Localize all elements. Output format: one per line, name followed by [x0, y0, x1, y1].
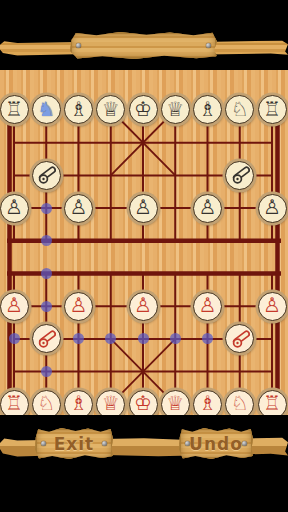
undo-button[interactable]: Undo — [179, 428, 253, 459]
piece-black-advisor[interactable]: ♕ — [161, 95, 190, 124]
undo-button-label: Undo — [189, 434, 243, 454]
intersection-e3[interactable]: ♙ — [127, 192, 159, 225]
intersection-e7[interactable] — [127, 322, 159, 355]
intersection-b1[interactable] — [30, 126, 62, 159]
intersection-i0[interactable]: ♖ — [256, 94, 288, 127]
cannon-icon — [36, 165, 56, 185]
intersection-b9[interactable]: ♘ — [30, 388, 62, 415]
intersection-g9[interactable]: ♗ — [191, 388, 223, 415]
intersection-h7[interactable] — [224, 322, 256, 355]
cannon-icon — [230, 329, 250, 349]
intersection-d0[interactable]: ♕ — [95, 94, 127, 127]
intersection-b2[interactable] — [30, 159, 62, 192]
intersection-a1[interactable] — [0, 126, 30, 159]
intersection-d3[interactable] — [95, 192, 127, 225]
intersection-g6[interactable]: ♙ — [191, 290, 223, 323]
piece-red-cannon[interactable] — [32, 324, 61, 353]
intersection-i5[interactable] — [256, 257, 288, 290]
intersection-e4[interactable] — [127, 224, 159, 257]
intersection-e5[interactable] — [127, 257, 159, 290]
intersection-f4[interactable] — [159, 224, 191, 257]
nail-icon — [242, 441, 247, 446]
intersection-e8[interactable] — [127, 355, 159, 388]
piece-red-rook[interactable]: ♖ — [0, 390, 29, 415]
nail-icon — [41, 441, 46, 446]
piece-black-knight-capture-target[interactable]: ♞ — [32, 95, 61, 124]
piece-black-advisor[interactable]: ♕ — [96, 95, 125, 124]
intersection-c6[interactable]: ♙ — [62, 290, 94, 323]
intersection-a0[interactable]: ♖ — [0, 94, 30, 127]
intersection-i9[interactable]: ♖ — [256, 388, 288, 415]
piece-red-soldier[interactable]: ♙ — [64, 292, 93, 321]
intersection-g7[interactable] — [191, 322, 223, 355]
piece-black-rook[interactable]: ♖ — [258, 95, 287, 124]
intersection-f9[interactable]: ♕ — [159, 388, 191, 415]
move-dot[interactable] — [41, 301, 52, 312]
piece-black-soldier[interactable]: ♙ — [129, 194, 158, 223]
intersection-b7[interactable] — [30, 322, 62, 355]
intersection-f6[interactable] — [159, 290, 191, 323]
intersection-h6[interactable] — [224, 290, 256, 323]
nail-icon — [102, 441, 107, 446]
piece-black-cannon[interactable] — [32, 161, 61, 190]
intersection-e1[interactable] — [127, 126, 159, 159]
exit-button[interactable]: Exit — [35, 428, 113, 459]
intersection-h5[interactable] — [224, 257, 256, 290]
intersection-g4[interactable] — [191, 224, 223, 257]
nail-icon — [185, 441, 190, 446]
board-grid: ♖♞♗♕♔♕♗♘♖ ♙♙♙♙♙♙♙♙♙♙ ♖♘♗♕♔♕♗♘♖ — [0, 94, 288, 415]
intersection-c4[interactable] — [62, 224, 94, 257]
intersection-g3[interactable]: ♙ — [191, 192, 223, 225]
intersection-c9[interactable]: ♗ — [62, 388, 94, 415]
piece-red-advisor[interactable]: ♕ — [96, 390, 125, 415]
intersection-a6[interactable]: ♙ — [0, 290, 30, 323]
piece-red-advisor[interactable]: ♕ — [161, 390, 190, 415]
intersection-f2[interactable] — [159, 159, 191, 192]
piece-red-knight[interactable]: ♘ — [225, 390, 254, 415]
intersection-i4[interactable] — [256, 224, 288, 257]
piece-red-rook[interactable]: ♖ — [258, 390, 287, 415]
intersection-d7[interactable] — [95, 322, 127, 355]
move-dot[interactable] — [73, 333, 84, 344]
intersection-f7[interactable] — [159, 322, 191, 355]
intersection-g2[interactable] — [191, 159, 223, 192]
piece-black-soldier[interactable]: ♙ — [193, 194, 222, 223]
move-dot[interactable] — [41, 366, 52, 377]
game-screen: ♖♞♗♕♔♕♗♘♖ ♙♙♙♙♙♙♙♙♙♙ ♖♘♗♕♔♕♗♘♖ Exit Undo — [0, 0, 288, 512]
cannon-icon — [230, 165, 250, 185]
intersection-d1[interactable] — [95, 126, 127, 159]
piece-black-knight[interactable]: ♘ — [225, 95, 254, 124]
intersection-c3[interactable]: ♙ — [62, 192, 94, 225]
intersection-e2[interactable] — [127, 159, 159, 192]
piece-black-cannon[interactable] — [225, 161, 254, 190]
intersection-d9[interactable]: ♕ — [95, 388, 127, 415]
intersection-i6[interactable]: ♙ — [256, 290, 288, 323]
piece-black-king[interactable]: ♔ — [129, 95, 158, 124]
intersection-i7[interactable] — [256, 322, 288, 355]
intersection-c1[interactable] — [62, 126, 94, 159]
intersection-i8[interactable] — [256, 355, 288, 388]
piece-red-knight[interactable]: ♘ — [32, 390, 61, 415]
exit-button-label: Exit — [54, 434, 95, 454]
intersection-e9[interactable]: ♔ — [127, 388, 159, 415]
intersection-h9[interactable]: ♘ — [224, 388, 256, 415]
nail-icon — [76, 43, 81, 48]
intersection-b8[interactable] — [30, 355, 62, 388]
piece-black-elephant[interactable]: ♗ — [64, 95, 93, 124]
intersection-i2[interactable] — [256, 159, 288, 192]
intersection-d4[interactable] — [95, 224, 127, 257]
intersection-f0[interactable]: ♕ — [159, 94, 191, 127]
intersection-h1[interactable] — [224, 126, 256, 159]
piece-black-soldier[interactable]: ♙ — [0, 194, 29, 223]
move-dot[interactable] — [138, 333, 149, 344]
intersection-d6[interactable] — [95, 290, 127, 323]
intersection-h2[interactable] — [224, 159, 256, 192]
piece-black-elephant[interactable]: ♗ — [193, 95, 222, 124]
intersection-h8[interactable] — [224, 355, 256, 388]
intersection-f5[interactable] — [159, 257, 191, 290]
piece-red-elephant[interactable]: ♗ — [193, 390, 222, 415]
xiangqi-board: ♖♞♗♕♔♕♗♘♖ ♙♙♙♙♙♙♙♙♙♙ ♖♘♗♕♔♕♗♘♖ — [0, 70, 288, 415]
piece-black-soldier[interactable]: ♙ — [64, 194, 93, 223]
move-dot[interactable] — [41, 268, 52, 279]
move-dot[interactable] — [105, 333, 116, 344]
cannon-icon — [36, 329, 56, 349]
intersection-a2[interactable] — [0, 159, 30, 192]
piece-red-soldier[interactable]: ♙ — [193, 292, 222, 321]
intersection-c0[interactable]: ♗ — [62, 94, 94, 127]
intersection-b0[interactable]: ♞ — [30, 94, 62, 127]
piece-red-king[interactable]: ♔ — [129, 390, 158, 415]
intersection-b4[interactable] — [30, 224, 62, 257]
piece-red-cannon[interactable] — [225, 324, 254, 353]
piece-red-soldier[interactable]: ♙ — [129, 292, 158, 321]
intersection-d5[interactable] — [95, 257, 127, 290]
intersection-c2[interactable] — [62, 159, 94, 192]
move-dot[interactable] — [41, 235, 52, 246]
move-dot[interactable] — [170, 333, 181, 344]
move-dot[interactable] — [41, 203, 52, 214]
intersection-a4[interactable] — [0, 224, 30, 257]
intersection-i3[interactable]: ♙ — [256, 192, 288, 225]
intersection-d8[interactable] — [95, 355, 127, 388]
intersection-a8[interactable] — [0, 355, 30, 388]
intersection-f3[interactable] — [159, 192, 191, 225]
intersection-g0[interactable]: ♗ — [191, 94, 223, 127]
intersection-a9[interactable]: ♖ — [0, 388, 30, 415]
intersection-a3[interactable]: ♙ — [0, 192, 30, 225]
intersection-h3[interactable] — [224, 192, 256, 225]
intersection-h0[interactable]: ♘ — [224, 94, 256, 127]
intersection-f1[interactable] — [159, 126, 191, 159]
piece-black-rook[interactable]: ♖ — [0, 95, 29, 124]
intersection-g8[interactable] — [191, 355, 223, 388]
piece-red-elephant[interactable]: ♗ — [64, 390, 93, 415]
intersection-b6[interactable] — [30, 290, 62, 323]
move-dot[interactable] — [9, 333, 20, 344]
intersection-e6[interactable]: ♙ — [127, 290, 159, 323]
intersection-i1[interactable] — [256, 126, 288, 159]
intersection-a7[interactable] — [0, 322, 30, 355]
intersection-c7[interactable] — [62, 322, 94, 355]
intersection-c8[interactable] — [62, 355, 94, 388]
nail-icon — [206, 43, 211, 48]
intersection-h4[interactable] — [224, 224, 256, 257]
move-dot[interactable] — [202, 333, 213, 344]
intersection-b5[interactable] — [30, 257, 62, 290]
intersection-d2[interactable] — [95, 159, 127, 192]
intersection-g1[interactable] — [191, 126, 223, 159]
piece-red-soldier[interactable]: ♙ — [0, 292, 29, 321]
intersection-f8[interactable] — [159, 355, 191, 388]
intersection-a5[interactable] — [0, 257, 30, 290]
intersection-b3[interactable] — [30, 192, 62, 225]
piece-black-soldier[interactable]: ♙ — [258, 194, 287, 223]
title-sign — [70, 32, 217, 59]
intersection-c5[interactable] — [62, 257, 94, 290]
piece-red-soldier[interactable]: ♙ — [258, 292, 287, 321]
intersection-e0[interactable]: ♔ — [127, 94, 159, 127]
intersection-g5[interactable] — [191, 257, 223, 290]
